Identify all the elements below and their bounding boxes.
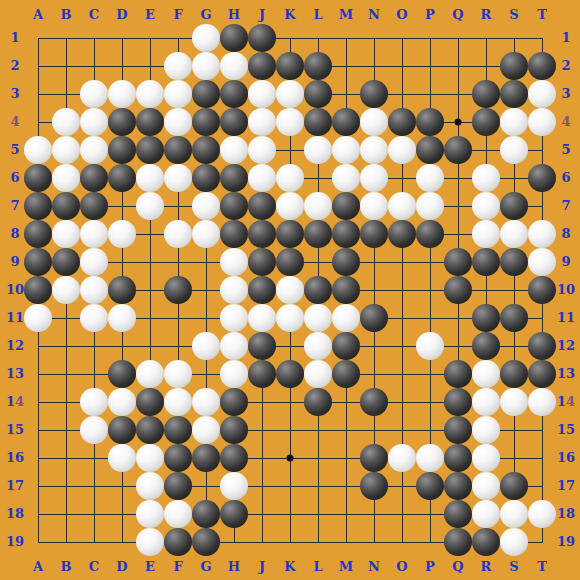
intersection[interactable]: [444, 52, 472, 80]
intersection[interactable]: [304, 24, 332, 52]
intersection[interactable]: [360, 388, 388, 416]
intersection[interactable]: [416, 248, 444, 276]
intersection[interactable]: [80, 444, 108, 472]
intersection[interactable]: [500, 192, 528, 220]
intersection[interactable]: [388, 248, 416, 276]
intersection[interactable]: [360, 192, 388, 220]
intersection[interactable]: [276, 444, 304, 472]
intersection[interactable]: [332, 444, 360, 472]
intersection[interactable]: [500, 248, 528, 276]
intersection[interactable]: [108, 360, 136, 388]
intersection[interactable]: [164, 136, 192, 164]
intersection[interactable]: [276, 192, 304, 220]
intersection[interactable]: [332, 416, 360, 444]
intersection[interactable]: [416, 108, 444, 136]
intersection[interactable]: [360, 360, 388, 388]
intersection[interactable]: [444, 472, 472, 500]
intersection[interactable]: [276, 164, 304, 192]
intersection[interactable]: [416, 192, 444, 220]
intersection[interactable]: [360, 24, 388, 52]
intersection[interactable]: [388, 388, 416, 416]
intersection[interactable]: [136, 416, 164, 444]
intersection[interactable]: [80, 416, 108, 444]
intersection[interactable]: [136, 500, 164, 528]
intersection[interactable]: [248, 304, 276, 332]
intersection[interactable]: [472, 108, 500, 136]
intersection[interactable]: [360, 304, 388, 332]
intersection[interactable]: [472, 136, 500, 164]
intersection[interactable]: [276, 248, 304, 276]
intersection[interactable]: [500, 528, 528, 556]
intersection[interactable]: [472, 80, 500, 108]
intersection[interactable]: [52, 220, 80, 248]
intersection[interactable]: [388, 108, 416, 136]
intersection[interactable]: [304, 52, 332, 80]
intersection[interactable]: [248, 80, 276, 108]
intersection[interactable]: [136, 164, 164, 192]
intersection[interactable]: [332, 164, 360, 192]
intersection[interactable]: [136, 444, 164, 472]
intersection[interactable]: [388, 220, 416, 248]
intersection[interactable]: [500, 80, 528, 108]
intersection[interactable]: [332, 220, 360, 248]
intersection[interactable]: [472, 360, 500, 388]
intersection[interactable]: [332, 52, 360, 80]
intersection[interactable]: [332, 528, 360, 556]
intersection[interactable]: [360, 416, 388, 444]
intersection[interactable]: [220, 416, 248, 444]
intersection[interactable]: [52, 276, 80, 304]
intersection[interactable]: [332, 360, 360, 388]
intersection[interactable]: [80, 304, 108, 332]
intersection[interactable]: [444, 360, 472, 388]
intersection[interactable]: [276, 388, 304, 416]
intersection[interactable]: [80, 136, 108, 164]
intersection[interactable]: [388, 332, 416, 360]
intersection[interactable]: [304, 164, 332, 192]
intersection[interactable]: [444, 528, 472, 556]
intersection[interactable]: [220, 500, 248, 528]
intersection[interactable]: [304, 416, 332, 444]
intersection[interactable]: [164, 304, 192, 332]
intersection[interactable]: [136, 388, 164, 416]
intersection[interactable]: [500, 276, 528, 304]
intersection[interactable]: [220, 220, 248, 248]
intersection[interactable]: [472, 416, 500, 444]
intersection[interactable]: [164, 332, 192, 360]
intersection[interactable]: [304, 388, 332, 416]
intersection[interactable]: [192, 164, 220, 192]
intersection[interactable]: [192, 108, 220, 136]
intersection[interactable]: [52, 332, 80, 360]
intersection[interactable]: [52, 108, 80, 136]
intersection[interactable]: [192, 388, 220, 416]
intersection[interactable]: [164, 444, 192, 472]
intersection[interactable]: [80, 528, 108, 556]
intersection[interactable]: [332, 136, 360, 164]
intersection[interactable]: [108, 80, 136, 108]
intersection[interactable]: [304, 332, 332, 360]
intersection[interactable]: [444, 192, 472, 220]
intersection[interactable]: [192, 276, 220, 304]
intersection[interactable]: [276, 52, 304, 80]
intersection[interactable]: [192, 444, 220, 472]
intersection[interactable]: [500, 332, 528, 360]
intersection[interactable]: [136, 276, 164, 304]
intersection[interactable]: [332, 304, 360, 332]
intersection[interactable]: [164, 24, 192, 52]
intersection[interactable]: [136, 80, 164, 108]
intersection[interactable]: [248, 192, 276, 220]
intersection[interactable]: [304, 80, 332, 108]
intersection[interactable]: [416, 444, 444, 472]
intersection[interactable]: [416, 24, 444, 52]
intersection[interactable]: [444, 388, 472, 416]
intersection[interactable]: [500, 108, 528, 136]
intersection[interactable]: [416, 360, 444, 388]
intersection[interactable]: [416, 416, 444, 444]
intersection[interactable]: [52, 416, 80, 444]
intersection[interactable]: [80, 192, 108, 220]
intersection[interactable]: [108, 304, 136, 332]
intersection[interactable]: [108, 52, 136, 80]
intersection[interactable]: [332, 108, 360, 136]
intersection[interactable]: [388, 164, 416, 192]
intersection[interactable]: [388, 444, 416, 472]
intersection[interactable]: [192, 136, 220, 164]
intersection[interactable]: [220, 52, 248, 80]
intersection[interactable]: [472, 248, 500, 276]
intersection[interactable]: [248, 472, 276, 500]
intersection[interactable]: [164, 388, 192, 416]
intersection[interactable]: [416, 220, 444, 248]
intersection[interactable]: [136, 192, 164, 220]
intersection[interactable]: [248, 220, 276, 248]
intersection[interactable]: [472, 332, 500, 360]
intersection[interactable]: [136, 304, 164, 332]
intersection[interactable]: [276, 360, 304, 388]
intersection[interactable]: [248, 164, 276, 192]
intersection[interactable]: [80, 164, 108, 192]
intersection[interactable]: [192, 528, 220, 556]
intersection[interactable]: [472, 276, 500, 304]
intersection[interactable]: [360, 52, 388, 80]
intersection[interactable]: [500, 304, 528, 332]
intersection[interactable]: [388, 472, 416, 500]
intersection[interactable]: [500, 24, 528, 52]
intersection[interactable]: [164, 164, 192, 192]
intersection[interactable]: [136, 136, 164, 164]
intersection[interactable]: [136, 24, 164, 52]
intersection[interactable]: [248, 528, 276, 556]
intersection[interactable]: [304, 276, 332, 304]
intersection[interactable]: [108, 444, 136, 472]
intersection[interactable]: [108, 500, 136, 528]
intersection[interactable]: [136, 360, 164, 388]
intersection[interactable]: [332, 276, 360, 304]
intersection[interactable]: [444, 24, 472, 52]
intersection[interactable]: [220, 192, 248, 220]
intersection[interactable]: [192, 416, 220, 444]
intersection[interactable]: [192, 360, 220, 388]
intersection[interactable]: [164, 248, 192, 276]
intersection[interactable]: [220, 304, 248, 332]
intersection[interactable]: [220, 136, 248, 164]
intersection[interactable]: [388, 80, 416, 108]
intersection[interactable]: [388, 416, 416, 444]
intersection[interactable]: [80, 332, 108, 360]
intersection[interactable]: [472, 304, 500, 332]
intersection[interactable]: [108, 108, 136, 136]
intersection[interactable]: [444, 416, 472, 444]
intersection[interactable]: [500, 500, 528, 528]
intersection[interactable]: [80, 360, 108, 388]
intersection[interactable]: [164, 276, 192, 304]
intersection[interactable]: [276, 472, 304, 500]
intersection[interactable]: [80, 248, 108, 276]
intersection[interactable]: [136, 528, 164, 556]
intersection[interactable]: [360, 528, 388, 556]
intersection[interactable]: [332, 500, 360, 528]
intersection[interactable]: [164, 52, 192, 80]
intersection[interactable]: [192, 472, 220, 500]
intersection[interactable]: [80, 24, 108, 52]
intersection[interactable]: [472, 472, 500, 500]
intersection[interactable]: [164, 528, 192, 556]
intersection[interactable]: [500, 164, 528, 192]
intersection[interactable]: [360, 332, 388, 360]
intersection[interactable]: [52, 24, 80, 52]
intersection[interactable]: [304, 220, 332, 248]
intersection[interactable]: [332, 332, 360, 360]
intersection[interactable]: [52, 248, 80, 276]
intersection[interactable]: [192, 192, 220, 220]
intersection[interactable]: [332, 80, 360, 108]
intersection[interactable]: [276, 332, 304, 360]
intersection[interactable]: [304, 136, 332, 164]
intersection[interactable]: [500, 444, 528, 472]
intersection[interactable]: [248, 52, 276, 80]
intersection[interactable]: [500, 136, 528, 164]
intersection[interactable]: [220, 388, 248, 416]
intersection[interactable]: [276, 276, 304, 304]
intersection[interactable]: [108, 220, 136, 248]
intersection[interactable]: [500, 416, 528, 444]
intersection[interactable]: [52, 164, 80, 192]
intersection[interactable]: [136, 220, 164, 248]
intersection[interactable]: [276, 416, 304, 444]
intersection[interactable]: [52, 52, 80, 80]
intersection[interactable]: [360, 80, 388, 108]
intersection[interactable]: [388, 136, 416, 164]
intersection[interactable]: [500, 220, 528, 248]
intersection[interactable]: [220, 108, 248, 136]
intersection[interactable]: [276, 24, 304, 52]
intersection[interactable]: [388, 52, 416, 80]
intersection[interactable]: [416, 472, 444, 500]
intersection[interactable]: [220, 528, 248, 556]
intersection[interactable]: [164, 80, 192, 108]
intersection[interactable]: [444, 108, 472, 136]
intersection[interactable]: [332, 388, 360, 416]
intersection[interactable]: [52, 388, 80, 416]
intersection[interactable]: [248, 248, 276, 276]
intersection[interactable]: [248, 136, 276, 164]
intersection[interactable]: [304, 248, 332, 276]
intersection[interactable]: [220, 276, 248, 304]
intersection[interactable]: [360, 164, 388, 192]
intersection[interactable]: [248, 24, 276, 52]
intersection[interactable]: [444, 248, 472, 276]
intersection[interactable]: [388, 276, 416, 304]
intersection[interactable]: [472, 444, 500, 472]
intersection[interactable]: [220, 248, 248, 276]
intersection[interactable]: [304, 360, 332, 388]
intersection[interactable]: [388, 24, 416, 52]
intersection[interactable]: [444, 332, 472, 360]
intersection[interactable]: [472, 220, 500, 248]
intersection[interactable]: [304, 304, 332, 332]
intersection[interactable]: [52, 444, 80, 472]
intersection[interactable]: [276, 220, 304, 248]
intersection[interactable]: [248, 444, 276, 472]
intersection[interactable]: [108, 248, 136, 276]
intersection[interactable]: [220, 24, 248, 52]
intersection[interactable]: [500, 388, 528, 416]
intersection[interactable]: [500, 52, 528, 80]
intersection[interactable]: [304, 472, 332, 500]
intersection[interactable]: [80, 276, 108, 304]
intersection[interactable]: [52, 304, 80, 332]
intersection[interactable]: [136, 52, 164, 80]
intersection[interactable]: [136, 108, 164, 136]
intersection[interactable]: [80, 52, 108, 80]
intersection[interactable]: [248, 500, 276, 528]
intersection[interactable]: [248, 360, 276, 388]
intersection[interactable]: [276, 304, 304, 332]
intersection[interactable]: [276, 108, 304, 136]
intersection[interactable]: [276, 500, 304, 528]
intersection[interactable]: [52, 80, 80, 108]
intersection[interactable]: [416, 332, 444, 360]
intersection[interactable]: [108, 472, 136, 500]
intersection[interactable]: [416, 136, 444, 164]
intersection[interactable]: [276, 528, 304, 556]
intersection[interactable]: [304, 444, 332, 472]
intersection[interactable]: [276, 80, 304, 108]
intersection[interactable]: [416, 52, 444, 80]
intersection[interactable]: [248, 388, 276, 416]
intersection[interactable]: [52, 500, 80, 528]
intersection[interactable]: [388, 360, 416, 388]
intersection[interactable]: [220, 80, 248, 108]
intersection[interactable]: [80, 500, 108, 528]
intersection[interactable]: [472, 500, 500, 528]
intersection[interactable]: [360, 276, 388, 304]
intersection[interactable]: [472, 52, 500, 80]
intersection[interactable]: [360, 220, 388, 248]
intersection[interactable]: [360, 136, 388, 164]
intersection[interactable]: [108, 276, 136, 304]
intersection[interactable]: [108, 136, 136, 164]
intersection[interactable]: [108, 388, 136, 416]
intersection[interactable]: [192, 24, 220, 52]
intersection[interactable]: [304, 528, 332, 556]
intersection[interactable]: [332, 248, 360, 276]
intersection[interactable]: [444, 136, 472, 164]
intersection[interactable]: [80, 388, 108, 416]
intersection[interactable]: [52, 472, 80, 500]
intersection[interactable]: [192, 248, 220, 276]
intersection[interactable]: [164, 416, 192, 444]
intersection[interactable]: [472, 164, 500, 192]
intersection[interactable]: [52, 136, 80, 164]
intersection[interactable]: [444, 80, 472, 108]
intersection[interactable]: [164, 108, 192, 136]
intersection[interactable]: [444, 276, 472, 304]
intersection[interactable]: [164, 220, 192, 248]
intersection[interactable]: [80, 80, 108, 108]
intersection[interactable]: [220, 332, 248, 360]
intersection[interactable]: [220, 164, 248, 192]
intersection[interactable]: [108, 164, 136, 192]
intersection[interactable]: [416, 528, 444, 556]
intersection[interactable]: [332, 192, 360, 220]
intersection[interactable]: [80, 472, 108, 500]
intersection[interactable]: [360, 500, 388, 528]
intersection[interactable]: [108, 416, 136, 444]
intersection[interactable]: [108, 332, 136, 360]
intersection[interactable]: [416, 276, 444, 304]
intersection[interactable]: [276, 136, 304, 164]
intersection[interactable]: [164, 500, 192, 528]
intersection[interactable]: [164, 472, 192, 500]
intersection[interactable]: [220, 360, 248, 388]
intersection[interactable]: [108, 528, 136, 556]
intersection[interactable]: [388, 192, 416, 220]
intersection[interactable]: [248, 332, 276, 360]
intersection[interactable]: [472, 24, 500, 52]
intersection[interactable]: [360, 444, 388, 472]
intersection[interactable]: [108, 24, 136, 52]
intersection[interactable]: [220, 444, 248, 472]
intersection[interactable]: [500, 472, 528, 500]
intersection[interactable]: [360, 108, 388, 136]
intersection[interactable]: [52, 192, 80, 220]
intersection[interactable]: [472, 192, 500, 220]
intersection[interactable]: [360, 248, 388, 276]
intersection[interactable]: [416, 164, 444, 192]
intersection[interactable]: [80, 108, 108, 136]
intersection[interactable]: [136, 472, 164, 500]
intersection[interactable]: [472, 528, 500, 556]
intersection[interactable]: [164, 360, 192, 388]
intersection[interactable]: [192, 332, 220, 360]
intersection[interactable]: [444, 164, 472, 192]
intersection[interactable]: [192, 220, 220, 248]
intersection[interactable]: [416, 500, 444, 528]
intersection[interactable]: [80, 220, 108, 248]
intersection[interactable]: [108, 192, 136, 220]
intersection[interactable]: [416, 80, 444, 108]
intersection[interactable]: [388, 304, 416, 332]
intersection[interactable]: [360, 472, 388, 500]
intersection[interactable]: [192, 304, 220, 332]
intersection[interactable]: [192, 500, 220, 528]
intersection[interactable]: [248, 276, 276, 304]
intersection[interactable]: [388, 500, 416, 528]
intersection[interactable]: [248, 416, 276, 444]
